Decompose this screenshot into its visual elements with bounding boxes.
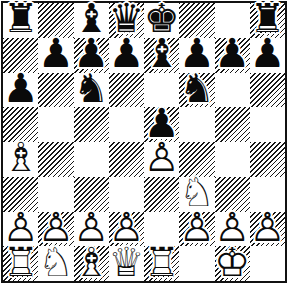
square-e1[interactable]: ♜♖: [144, 246, 179, 281]
square-f6[interactable]: ♞: [179, 73, 214, 108]
white-rook-a1[interactable]: ♜♖: [3, 246, 38, 281]
square-d4[interactable]: [109, 142, 144, 177]
piece-solid-glyph: ♜: [3, 1, 39, 36]
square-d1[interactable]: ♛♕: [109, 246, 144, 281]
black-knight-c6[interactable]: ♞: [74, 73, 109, 108]
square-f2[interactable]: ♟♙: [179, 212, 214, 247]
black-pawn-d7[interactable]: ♟: [109, 38, 144, 73]
square-b7[interactable]: ♟: [38, 38, 73, 73]
square-e4[interactable]: ♟♙: [144, 142, 179, 177]
piece-outline-glyph: ♗: [73, 245, 109, 280]
white-pawn-h2[interactable]: ♟♙: [250, 212, 285, 247]
chess-board: ♜♝♛♚♜♟♟♟♝♟♟♟♟♞♞♟♝♗♟♙♞♘♟♙♟♙♟♙♟♙♟♙♟♙♟♙♜♖♞♘…: [3, 3, 285, 281]
black-bishop-e7[interactable]: ♝: [144, 38, 179, 73]
square-a4[interactable]: ♝♗: [3, 142, 38, 177]
square-e7[interactable]: ♝: [144, 38, 179, 73]
black-rook-a8[interactable]: ♜: [3, 3, 38, 38]
piece-solid-glyph: ♝: [144, 36, 180, 71]
white-queen-d1[interactable]: ♛♕: [109, 246, 144, 281]
square-g7[interactable]: ♟: [215, 38, 250, 73]
square-e3[interactable]: [144, 177, 179, 212]
square-a1[interactable]: ♜♖: [3, 246, 38, 281]
square-f5[interactable]: [179, 107, 214, 142]
black-pawn-a6[interactable]: ♟: [3, 73, 38, 108]
white-king-g1[interactable]: ♚♔: [215, 246, 250, 281]
piece-outline-glyph: ♙: [144, 140, 180, 175]
square-b1[interactable]: ♞♘: [38, 246, 73, 281]
square-d7[interactable]: ♟: [109, 38, 144, 73]
white-rook-e1[interactable]: ♜♖: [144, 246, 179, 281]
square-b5[interactable]: [38, 107, 73, 142]
square-h2[interactable]: ♟♙: [250, 212, 285, 247]
square-c5[interactable]: [74, 107, 109, 142]
square-a6[interactable]: ♟: [3, 73, 38, 108]
square-g1[interactable]: ♚♔: [215, 246, 250, 281]
square-f1[interactable]: [179, 246, 214, 281]
chess-board-frame: ♜♝♛♚♜♟♟♟♝♟♟♟♟♞♞♟♝♗♟♙♞♘♟♙♟♙♟♙♟♙♟♙♟♙♟♙♜♖♞♘…: [1, 1, 287, 283]
square-g5[interactable]: [215, 107, 250, 142]
square-h7[interactable]: ♟: [250, 38, 285, 73]
black-pawn-h7[interactable]: ♟: [250, 38, 285, 73]
piece-solid-glyph: ♟: [38, 36, 74, 71]
square-c1[interactable]: ♝♗: [74, 246, 109, 281]
piece-outline-glyph: ♙: [249, 210, 285, 245]
square-h6[interactable]: [250, 73, 285, 108]
black-pawn-g7[interactable]: ♟: [215, 38, 250, 73]
white-pawn-e4[interactable]: ♟♙: [144, 142, 179, 177]
piece-solid-glyph: ♟: [3, 71, 39, 106]
square-c6[interactable]: ♞: [74, 73, 109, 108]
piece-outline-glyph: ♖: [3, 245, 39, 280]
black-knight-f6[interactable]: ♞: [179, 73, 214, 108]
piece-outline-glyph: ♔: [214, 245, 250, 280]
black-pawn-b7[interactable]: ♟: [38, 38, 73, 73]
square-h4[interactable]: [250, 142, 285, 177]
piece-solid-glyph: ♞: [73, 71, 109, 106]
white-knight-b1[interactable]: ♞♘: [38, 246, 73, 281]
piece-solid-glyph: ♟: [249, 36, 285, 71]
square-h1[interactable]: [250, 246, 285, 281]
piece-solid-glyph: ♟: [214, 36, 250, 71]
chess-diagram: ♜♝♛♚♜♟♟♟♝♟♟♟♟♞♞♟♝♗♟♙♞♘♟♙♟♙♟♙♟♙♟♙♟♙♟♙♜♖♞♘…: [0, 0, 288, 285]
square-a8[interactable]: ♜: [3, 3, 38, 38]
square-h5[interactable]: [250, 107, 285, 142]
square-c4[interactable]: [74, 142, 109, 177]
white-bishop-c1[interactable]: ♝♗: [74, 246, 109, 281]
square-g6[interactable]: [215, 73, 250, 108]
white-bishop-a4[interactable]: ♝♗: [3, 142, 38, 177]
square-d5[interactable]: [109, 107, 144, 142]
square-d6[interactable]: [109, 73, 144, 108]
piece-solid-glyph: ♞: [179, 71, 215, 106]
square-b4[interactable]: [38, 142, 73, 177]
piece-outline-glyph: ♙: [179, 210, 215, 245]
square-b6[interactable]: [38, 73, 73, 108]
piece-solid-glyph: ♟: [108, 36, 144, 71]
white-pawn-f2[interactable]: ♟♙: [179, 212, 214, 247]
square-g4[interactable]: [215, 142, 250, 177]
piece-outline-glyph: ♘: [38, 245, 74, 280]
piece-outline-glyph: ♗: [3, 140, 39, 175]
piece-outline-glyph: ♖: [144, 245, 180, 280]
piece-outline-glyph: ♕: [108, 245, 144, 280]
